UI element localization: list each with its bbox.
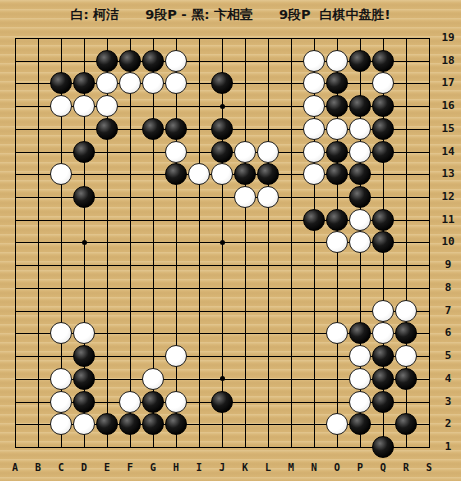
- black-stone: [372, 368, 394, 390]
- black-stone: [119, 413, 141, 435]
- row-label: 6: [438, 326, 458, 339]
- column-label: P: [350, 462, 370, 473]
- black-stone: [165, 118, 187, 140]
- white-stone: [165, 345, 187, 367]
- column-label: K: [235, 462, 255, 473]
- row-label: 9: [438, 258, 458, 271]
- white-stone: [257, 141, 279, 163]
- white-stone: [165, 72, 187, 94]
- column-label: F: [120, 462, 140, 473]
- row-label: 11: [438, 213, 458, 226]
- white-stone: [50, 163, 72, 185]
- black-stone: [73, 391, 95, 413]
- black-stone: [257, 163, 279, 185]
- grid-line-vertical: [429, 38, 430, 448]
- white-stone: [349, 345, 371, 367]
- black-stone: [50, 72, 72, 94]
- column-label: A: [5, 462, 25, 473]
- black-stone: [372, 95, 394, 117]
- white-stone: [349, 391, 371, 413]
- white-stone: [234, 141, 256, 163]
- star-point: [220, 376, 225, 381]
- black-stone: [142, 50, 164, 72]
- black-stone: [326, 72, 348, 94]
- black-stone: [73, 345, 95, 367]
- black-stone: [395, 322, 417, 344]
- black-stone: [165, 163, 187, 185]
- white-stone: [96, 72, 118, 94]
- column-label: O: [327, 462, 347, 473]
- black-stone: [372, 141, 394, 163]
- row-label: 19: [438, 31, 458, 44]
- white-stone: [188, 163, 210, 185]
- black-stone: [211, 118, 233, 140]
- grid-line-vertical: [199, 38, 200, 448]
- white-stone: [326, 118, 348, 140]
- black-stone: [326, 141, 348, 163]
- white-stone: [50, 391, 72, 413]
- row-label: 14: [438, 145, 458, 158]
- white-stone: [349, 141, 371, 163]
- white-stone: [326, 231, 348, 253]
- white-stone: [349, 368, 371, 390]
- column-label: Q: [373, 462, 393, 473]
- white-stone: [303, 118, 325, 140]
- black-stone: [119, 50, 141, 72]
- grid-line-vertical: [176, 38, 177, 448]
- white-stone: [257, 186, 279, 208]
- column-label: B: [28, 462, 48, 473]
- black-stone: [326, 209, 348, 231]
- black-stone: [372, 345, 394, 367]
- white-stone: [119, 72, 141, 94]
- go-board: ABCDEFGHIJKLMNOPQRS 19181716151413121110…: [0, 0, 461, 481]
- row-label: 13: [438, 167, 458, 180]
- column-label: D: [74, 462, 94, 473]
- grid-line-horizontal: [15, 311, 430, 312]
- white-stone: [50, 368, 72, 390]
- black-stone: [211, 72, 233, 94]
- white-stone: [50, 95, 72, 117]
- black-stone: [211, 391, 233, 413]
- white-stone: [349, 118, 371, 140]
- column-label: H: [166, 462, 186, 473]
- white-stone: [165, 391, 187, 413]
- star-point: [220, 104, 225, 109]
- black-stone: [372, 50, 394, 72]
- column-label: J: [212, 462, 232, 473]
- white-stone: [165, 50, 187, 72]
- black-stone: [372, 209, 394, 231]
- grid-line-vertical: [130, 38, 131, 448]
- grid-line-vertical: [245, 38, 246, 448]
- white-stone: [372, 300, 394, 322]
- row-label: 2: [438, 417, 458, 430]
- row-label: 1: [438, 440, 458, 453]
- black-stone: [142, 391, 164, 413]
- white-stone: [96, 95, 118, 117]
- black-stone: [73, 186, 95, 208]
- row-label: 3: [438, 395, 458, 408]
- white-stone: [303, 141, 325, 163]
- column-label: E: [97, 462, 117, 473]
- white-stone: [326, 50, 348, 72]
- black-stone: [372, 436, 394, 458]
- row-label: 7: [438, 304, 458, 317]
- white-stone: [73, 322, 95, 344]
- row-label: 10: [438, 235, 458, 248]
- white-stone: [119, 391, 141, 413]
- white-stone: [395, 300, 417, 322]
- grid-line-vertical: [38, 38, 39, 448]
- row-label: 5: [438, 349, 458, 362]
- black-stone: [349, 413, 371, 435]
- white-stone: [303, 50, 325, 72]
- row-label: 18: [438, 54, 458, 67]
- white-stone: [395, 345, 417, 367]
- black-stone: [142, 118, 164, 140]
- column-label: C: [51, 462, 71, 473]
- column-label: G: [143, 462, 163, 473]
- black-stone: [165, 413, 187, 435]
- white-stone: [142, 368, 164, 390]
- black-stone: [96, 50, 118, 72]
- white-stone: [326, 413, 348, 435]
- black-stone: [142, 413, 164, 435]
- black-stone: [395, 413, 417, 435]
- black-stone: [73, 368, 95, 390]
- black-stone: [349, 95, 371, 117]
- black-stone: [326, 95, 348, 117]
- black-stone: [96, 413, 118, 435]
- white-stone: [349, 209, 371, 231]
- row-label: 4: [438, 372, 458, 385]
- black-stone: [349, 322, 371, 344]
- black-stone: [395, 368, 417, 390]
- white-stone: [234, 186, 256, 208]
- row-label: 17: [438, 76, 458, 89]
- white-stone: [372, 72, 394, 94]
- column-label: M: [281, 462, 301, 473]
- grid-line-horizontal: [15, 447, 430, 448]
- black-stone: [73, 141, 95, 163]
- grid-line-vertical: [268, 38, 269, 448]
- white-stone: [303, 72, 325, 94]
- column-label: R: [396, 462, 416, 473]
- black-stone: [234, 163, 256, 185]
- white-stone: [50, 322, 72, 344]
- go-game-viewer: 白: 柯洁 9段P - 黑: 卞相壹 9段P 白棋中盘胜! ABCDEFGHIJ…: [0, 0, 461, 481]
- black-stone: [349, 50, 371, 72]
- grid-line-horizontal: [15, 265, 430, 266]
- white-stone: [211, 163, 233, 185]
- white-stone: [303, 95, 325, 117]
- white-stone: [326, 322, 348, 344]
- row-label: 15: [438, 122, 458, 135]
- black-stone: [211, 141, 233, 163]
- column-label: S: [419, 462, 439, 473]
- black-stone: [303, 209, 325, 231]
- star-point: [82, 240, 87, 245]
- row-label: 12: [438, 190, 458, 203]
- white-stone: [372, 322, 394, 344]
- column-label: L: [258, 462, 278, 473]
- row-label: 8: [438, 281, 458, 294]
- grid-line-horizontal: [15, 288, 430, 289]
- black-stone: [372, 391, 394, 413]
- row-label: 16: [438, 99, 458, 112]
- white-stone: [165, 141, 187, 163]
- black-stone: [372, 118, 394, 140]
- black-stone: [372, 231, 394, 253]
- column-label: N: [304, 462, 324, 473]
- black-stone: [326, 163, 348, 185]
- black-stone: [349, 186, 371, 208]
- grid-line-vertical: [291, 38, 292, 448]
- white-stone: [73, 95, 95, 117]
- white-stone: [303, 163, 325, 185]
- column-label: I: [189, 462, 209, 473]
- black-stone: [349, 163, 371, 185]
- grid-line-vertical: [15, 38, 16, 448]
- white-stone: [142, 72, 164, 94]
- black-stone: [96, 118, 118, 140]
- black-stone: [73, 72, 95, 94]
- white-stone: [349, 231, 371, 253]
- star-point: [220, 240, 225, 245]
- white-stone: [50, 413, 72, 435]
- white-stone: [73, 413, 95, 435]
